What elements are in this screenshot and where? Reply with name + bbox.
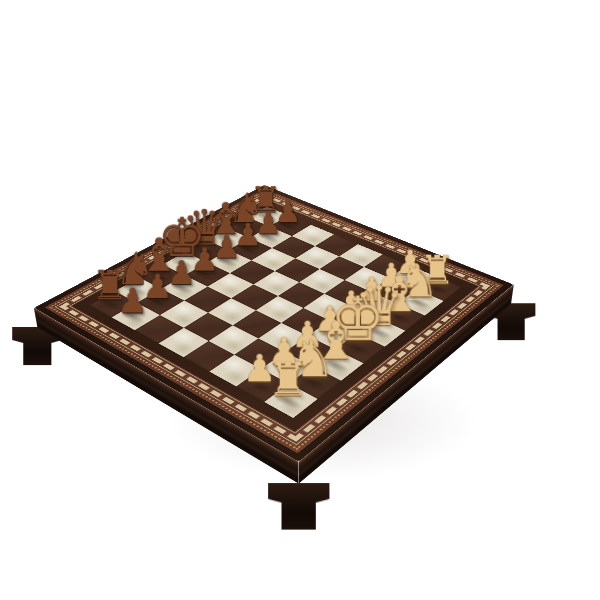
product-photo-chess-set: ♜♞♝♛♚♝♞♜♟♟♟♟♟♟♟♟♟♟♟♟♟♟♟♟♜♞♝♛♚♝♞♜ [0,0,600,600]
scene: ♜♞♝♛♚♝♞♜♟♟♟♟♟♟♟♟♟♟♟♟♟♟♟♟♜♞♝♛♚♝♞♜ [0,0,600,600]
chess-board: ♜♞♝♛♚♝♞♜♟♟♟♟♟♟♟♟♟♟♟♟♟♟♟♟♜♞♝♛♚♝♞♜ [34,185,514,462]
black-pawn-icon: ♟ [99,283,165,317]
white-rook-icon: ♜ [251,356,325,402]
